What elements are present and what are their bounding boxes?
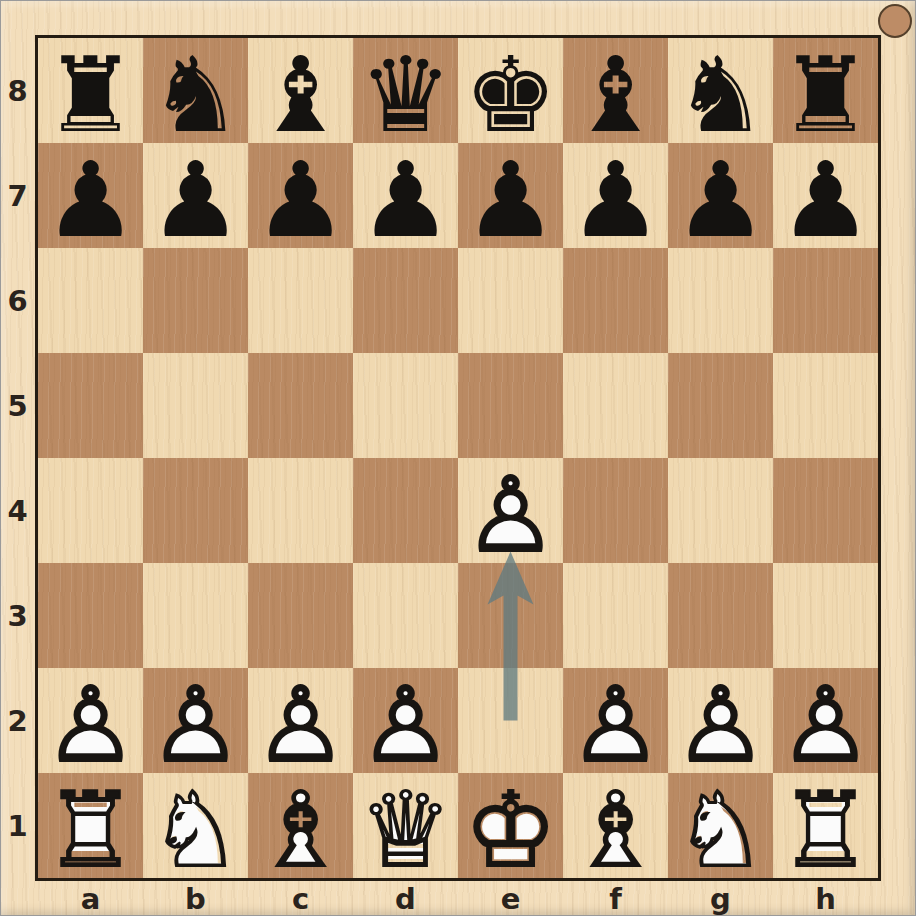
- square-c6[interactable]: [248, 248, 353, 353]
- square-a2[interactable]: ♟︎♙: [38, 668, 143, 773]
- black-piece-body: ♟︎: [38, 148, 143, 253]
- piece-black-king[interactable]: ♚: [458, 43, 563, 148]
- piece-black-pawn[interactable]: ♟︎: [563, 148, 668, 253]
- piece-black-pawn[interactable]: ♟︎: [458, 148, 563, 253]
- square-a3[interactable]: [38, 563, 143, 668]
- square-g6[interactable]: [668, 248, 773, 353]
- square-b8[interactable]: ♞: [143, 38, 248, 143]
- square-f7[interactable]: ♟︎: [563, 143, 668, 248]
- piece-white-rook[interactable]: ♜♖: [773, 778, 878, 883]
- rank-labels: 87654321: [0, 38, 35, 878]
- square-c5[interactable]: [248, 353, 353, 458]
- square-b1[interactable]: ♞♘: [143, 773, 248, 878]
- piece-black-knight[interactable]: ♞: [668, 43, 773, 148]
- black-piece-body: ♝: [248, 43, 353, 148]
- white-piece-outline: ♔: [458, 778, 563, 883]
- rank-label-5: 5: [0, 353, 35, 458]
- white-piece-outline: ♙: [668, 673, 773, 778]
- square-c8[interactable]: ♝: [248, 38, 353, 143]
- white-piece-outline: ♗: [563, 778, 668, 883]
- black-piece-body: ♞: [668, 43, 773, 148]
- square-d2[interactable]: ♟︎♙: [353, 668, 458, 773]
- white-piece-outline: ♘: [143, 778, 248, 883]
- square-h8[interactable]: ♜: [773, 38, 878, 143]
- black-piece-body: ♟︎: [143, 148, 248, 253]
- square-e7[interactable]: ♟︎: [458, 143, 563, 248]
- piece-white-bishop[interactable]: ♝♗: [248, 778, 353, 883]
- square-e2[interactable]: [458, 668, 563, 773]
- piece-white-pawn[interactable]: ♟︎♙: [143, 673, 248, 778]
- square-f5[interactable]: [563, 353, 668, 458]
- square-g4[interactable]: [668, 458, 773, 563]
- black-piece-body: ♟︎: [248, 148, 353, 253]
- piece-white-pawn[interactable]: ♟︎♙: [248, 673, 353, 778]
- white-piece-outline: ♙: [38, 673, 143, 778]
- square-b4[interactable]: [143, 458, 248, 563]
- rank-label-4: 4: [0, 458, 35, 563]
- square-e3[interactable]: [458, 563, 563, 668]
- square-a4[interactable]: [38, 458, 143, 563]
- square-c3[interactable]: [248, 563, 353, 668]
- piece-black-rook[interactable]: ♜: [773, 43, 878, 148]
- square-h3[interactable]: [773, 563, 878, 668]
- piece-white-pawn[interactable]: ♟︎♙: [38, 673, 143, 778]
- white-piece-outline: ♗: [248, 778, 353, 883]
- square-g3[interactable]: [668, 563, 773, 668]
- piece-white-rook[interactable]: ♜♖: [38, 778, 143, 883]
- square-f6[interactable]: [563, 248, 668, 353]
- move-indicator-dot: [878, 4, 912, 38]
- rank-label-3: 3: [0, 563, 35, 668]
- piece-black-knight[interactable]: ♞: [143, 43, 248, 148]
- square-h6[interactable]: [773, 248, 878, 353]
- square-g1[interactable]: ♞♘: [668, 773, 773, 878]
- piece-black-pawn[interactable]: ♟︎: [38, 148, 143, 253]
- square-e4[interactable]: ♟︎♙: [458, 458, 563, 563]
- white-piece-outline: ♙: [773, 673, 878, 778]
- square-a6[interactable]: [38, 248, 143, 353]
- piece-white-king[interactable]: ♚♔: [458, 778, 563, 883]
- square-h1[interactable]: ♜♖: [773, 773, 878, 878]
- white-piece-outline: ♙: [143, 673, 248, 778]
- white-piece-outline: ♙: [563, 673, 668, 778]
- square-e8[interactable]: ♚: [458, 38, 563, 143]
- square-g7[interactable]: ♟︎: [668, 143, 773, 248]
- piece-black-pawn[interactable]: ♟︎: [353, 148, 458, 253]
- white-piece-outline: ♖: [38, 778, 143, 883]
- square-b3[interactable]: [143, 563, 248, 668]
- square-d3[interactable]: [353, 563, 458, 668]
- piece-black-bishop[interactable]: ♝: [563, 43, 668, 148]
- square-d8[interactable]: ♛: [353, 38, 458, 143]
- square-f3[interactable]: [563, 563, 668, 668]
- square-f2[interactable]: ♟︎♙: [563, 668, 668, 773]
- black-piece-body: ♞: [143, 43, 248, 148]
- piece-white-knight[interactable]: ♞♘: [143, 778, 248, 883]
- rank-label-6: 6: [0, 248, 35, 353]
- white-piece-outline: ♖: [773, 778, 878, 883]
- square-c7[interactable]: ♟︎: [248, 143, 353, 248]
- black-piece-body: ♝: [563, 43, 668, 148]
- white-piece-outline: ♙: [458, 463, 563, 568]
- square-a8[interactable]: ♜: [38, 38, 143, 143]
- piece-black-rook[interactable]: ♜: [38, 43, 143, 148]
- square-c1[interactable]: ♝♗: [248, 773, 353, 878]
- square-h5[interactable]: [773, 353, 878, 458]
- square-b5[interactable]: [143, 353, 248, 458]
- black-piece-body: ♛: [353, 43, 458, 148]
- rank-label-1: 1: [0, 773, 35, 878]
- square-g8[interactable]: ♞: [668, 38, 773, 143]
- rank-label-8: 8: [0, 38, 35, 143]
- rank-label-7: 7: [0, 143, 35, 248]
- piece-white-pawn[interactable]: ♟︎♙: [458, 463, 563, 568]
- square-e5[interactable]: [458, 353, 563, 458]
- black-piece-body: ♟︎: [353, 148, 458, 253]
- square-d7[interactable]: ♟︎: [353, 143, 458, 248]
- black-piece-body: ♜: [773, 43, 878, 148]
- square-d5[interactable]: [353, 353, 458, 458]
- square-b2[interactable]: ♟︎♙: [143, 668, 248, 773]
- white-piece-outline: ♕: [353, 778, 458, 883]
- square-f8[interactable]: ♝: [563, 38, 668, 143]
- piece-white-pawn[interactable]: ♟︎♙: [668, 673, 773, 778]
- chess-board[interactable]: ♜♞♝♛♚♝♞♜♟︎♟︎♟︎♟︎♟︎♟︎♟︎♟︎♟︎♙♟︎♙♟︎♙♟︎♙♟︎♙♟…: [35, 35, 881, 881]
- piece-black-pawn[interactable]: ♟︎: [773, 148, 878, 253]
- white-piece-outline: ♙: [353, 673, 458, 778]
- square-g5[interactable]: [668, 353, 773, 458]
- piece-white-pawn[interactable]: ♟︎♙: [563, 673, 668, 778]
- square-g2[interactable]: ♟︎♙: [668, 668, 773, 773]
- square-d1[interactable]: ♛♕: [353, 773, 458, 878]
- chess-app: 87654321 abcdefgh ♜♞♝♛♚♝♞♜♟︎♟︎♟︎♟︎♟︎♟︎♟︎…: [0, 0, 916, 916]
- rank-label-2: 2: [0, 668, 35, 773]
- piece-black-queen[interactable]: ♛: [353, 43, 458, 148]
- square-h4[interactable]: [773, 458, 878, 563]
- square-f1[interactable]: ♝♗: [563, 773, 668, 878]
- square-h7[interactable]: ♟︎: [773, 143, 878, 248]
- square-e1[interactable]: ♚♔: [458, 773, 563, 878]
- square-d6[interactable]: [353, 248, 458, 353]
- black-piece-body: ♟︎: [458, 148, 563, 253]
- square-b6[interactable]: [143, 248, 248, 353]
- piece-white-knight[interactable]: ♞♘: [668, 778, 773, 883]
- piece-black-bishop[interactable]: ♝: [248, 43, 353, 148]
- black-piece-body: ♟︎: [563, 148, 668, 253]
- square-a7[interactable]: ♟︎: [38, 143, 143, 248]
- black-piece-body: ♟︎: [773, 148, 878, 253]
- piece-white-bishop[interactable]: ♝♗: [563, 778, 668, 883]
- piece-black-pawn[interactable]: ♟︎: [248, 148, 353, 253]
- square-d4[interactable]: [353, 458, 458, 563]
- piece-black-pawn[interactable]: ♟︎: [143, 148, 248, 253]
- square-a1[interactable]: ♜♖: [38, 773, 143, 878]
- black-piece-body: ♜: [38, 43, 143, 148]
- square-a5[interactable]: [38, 353, 143, 458]
- white-piece-outline: ♙: [248, 673, 353, 778]
- piece-white-pawn[interactable]: ♟︎♙: [773, 673, 878, 778]
- square-c4[interactable]: [248, 458, 353, 563]
- square-b7[interactable]: ♟︎: [143, 143, 248, 248]
- square-h2[interactable]: ♟︎♙: [773, 668, 878, 773]
- square-c2[interactable]: ♟︎♙: [248, 668, 353, 773]
- white-piece-outline: ♘: [668, 778, 773, 883]
- black-piece-body: ♟︎: [668, 148, 773, 253]
- square-f4[interactable]: [563, 458, 668, 563]
- piece-white-queen[interactable]: ♛♕: [353, 778, 458, 883]
- piece-white-pawn[interactable]: ♟︎♙: [353, 673, 458, 778]
- square-e6[interactable]: [458, 248, 563, 353]
- black-piece-body: ♚: [458, 43, 563, 148]
- piece-black-pawn[interactable]: ♟︎: [668, 148, 773, 253]
